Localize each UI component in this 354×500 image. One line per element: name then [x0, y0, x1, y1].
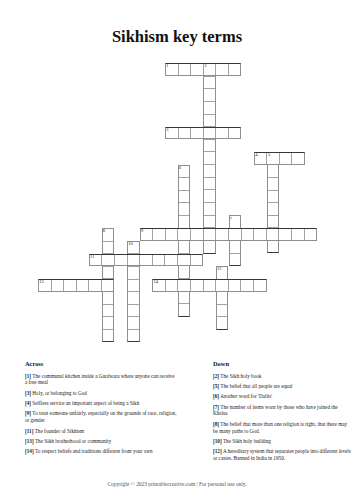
clue-4: [4] Selfless service an important aspect…	[25, 400, 178, 407]
grid-cell[interactable]	[230, 254, 241, 265]
grid-cell[interactable]	[128, 305, 139, 318]
grid-cell[interactable]	[268, 178, 279, 191]
grid-cell[interactable]	[179, 128, 192, 139]
grid-cell[interactable]	[204, 229, 217, 240]
grid-cell[interactable]	[216, 280, 229, 291]
grid-cell[interactable]	[179, 241, 190, 254]
grid-cell[interactable]	[204, 140, 215, 153]
grid-cell[interactable]	[204, 128, 217, 139]
down-word-7	[229, 215, 242, 266]
grid-cell[interactable]	[292, 229, 305, 240]
clue-12: [12] A hereditary system that separates …	[213, 448, 352, 462]
clue-8: [8] The belief that more than one religi…	[213, 421, 352, 435]
grid-cell[interactable]	[241, 280, 254, 291]
grid-cell[interactable]	[204, 89, 215, 102]
clue-14: [14] To respect beliefs and traditions d…	[25, 448, 178, 455]
grid-cell[interactable]	[103, 330, 114, 342]
down-clue-list: [2] The Sikh holy book[5] The belief tha…	[213, 373, 352, 463]
grid-cell[interactable]	[268, 241, 279, 253]
grid-cell[interactable]	[229, 280, 242, 291]
grid-cell[interactable]	[166, 229, 179, 240]
grid-cell[interactable]	[204, 102, 215, 115]
grid-cell[interactable]	[216, 128, 229, 139]
grid-cell[interactable]	[102, 255, 115, 266]
grid-cell[interactable]	[230, 241, 241, 253]
grid-cell[interactable]	[179, 178, 190, 191]
clue-number-label: [11]	[25, 428, 35, 434]
clue-number-14: 14	[154, 280, 158, 285]
grid-cell[interactable]	[166, 280, 179, 291]
down-word-6	[178, 165, 191, 317]
across-word-3	[165, 127, 241, 140]
grid-cell[interactable]	[103, 305, 114, 318]
grid-cell[interactable]	[128, 330, 139, 342]
grid-cell[interactable]	[305, 229, 317, 240]
grid-cell[interactable]	[191, 128, 204, 139]
clue-number-2: 2	[204, 64, 206, 69]
grid-cell[interactable]	[204, 216, 215, 229]
clue-number-4: 4	[255, 153, 257, 158]
grid-cell[interactable]	[204, 165, 215, 178]
across-header: Across	[25, 360, 178, 367]
clue-number-label: [2]	[213, 373, 220, 379]
grid-cell[interactable]	[103, 242, 114, 255]
grid-cell[interactable]	[140, 255, 153, 266]
grid-cell[interactable]	[178, 229, 191, 240]
down-word-2	[203, 63, 216, 254]
grid-cell[interactable]	[204, 280, 217, 291]
grid-cell[interactable]	[103, 317, 114, 330]
grid-cell[interactable]	[191, 64, 204, 75]
grid-cell[interactable]	[77, 280, 90, 291]
grid-cell[interactable]	[128, 292, 139, 305]
clue-7: [7] The number of items worn by those wh…	[213, 404, 352, 418]
grid-cell[interactable]	[128, 255, 141, 266]
grid-cell[interactable]	[229, 128, 241, 139]
clue-number-label: [7]	[213, 404, 220, 410]
grid-cell[interactable]	[268, 216, 279, 229]
across-clue-list: [1] The communal kitchen inside a Gurdwa…	[25, 373, 178, 456]
grid-cell[interactable]	[268, 203, 279, 216]
clue-number-label: [1]	[25, 373, 32, 379]
across-word-4	[254, 152, 305, 165]
down-header: Down	[213, 360, 352, 367]
clue-10: [10] The Sikh holy building	[213, 438, 352, 445]
clue-number-10: 10	[128, 242, 132, 247]
across-word-9	[140, 228, 318, 241]
grid-cell[interactable]	[254, 229, 267, 240]
clue-number-label: [4]	[25, 400, 32, 406]
clue-3: [3] Holy, or belonging to God	[25, 390, 178, 397]
grid-cell[interactable]	[216, 64, 229, 75]
across-word-14	[152, 279, 266, 292]
grid-cell[interactable]	[178, 255, 191, 266]
grid-cell[interactable]	[242, 229, 255, 240]
grid-cell[interactable]	[191, 255, 203, 266]
clue-9: [9] To treat someone unfairly, especiall…	[25, 410, 178, 424]
across-word-1	[165, 63, 241, 76]
puzzle-page: Sikhism key terms 1234567891011121314 Ac…	[0, 0, 354, 500]
grid-cell[interactable]	[64, 280, 77, 291]
clue-number-label: [6]	[213, 393, 220, 399]
clue-number-6: 6	[179, 166, 181, 171]
grid-cell[interactable]	[204, 115, 215, 128]
grid-cell[interactable]	[153, 255, 166, 266]
clue-11: [11] The founder of Sikhism	[25, 428, 178, 435]
clue-number-8: 8	[103, 229, 105, 234]
grid-cell[interactable]	[204, 241, 215, 253]
grid-cell[interactable]	[178, 280, 191, 291]
clue-number-label: [12]	[213, 448, 223, 454]
grid-cell[interactable]	[267, 229, 280, 240]
grid-cell[interactable]	[89, 280, 102, 291]
grid-cell[interactable]	[217, 317, 228, 329]
grid-cell[interactable]	[179, 203, 190, 216]
grid-cell[interactable]	[52, 280, 65, 291]
grid-cell[interactable]	[128, 317, 139, 330]
clue-6: [6] Another word for 'Dalits'	[213, 393, 352, 400]
clue-number-1: 1	[166, 64, 168, 69]
grid-cell[interactable]	[103, 267, 114, 280]
grid-cell[interactable]	[103, 292, 114, 305]
clue-13: [13] The Sikh brotherhood or community	[25, 438, 178, 445]
clue-number-label: [8]	[213, 421, 220, 427]
grid-cell[interactable]	[229, 64, 241, 75]
clue-number-9: 9	[141, 229, 143, 234]
clue-number-13: 13	[39, 280, 43, 285]
grid-cell[interactable]	[268, 191, 279, 204]
grid-cell[interactable]	[254, 280, 266, 291]
grid-cell[interactable]	[179, 216, 190, 229]
grid-cell[interactable]	[217, 292, 228, 305]
clue-number-11: 11	[90, 255, 94, 260]
down-clues-section: Down [2] The Sikh holy book[5] The belie…	[213, 360, 352, 466]
clue-number-5: 5	[268, 153, 270, 158]
across-word-11	[89, 254, 203, 267]
grid-cell[interactable]	[204, 77, 215, 90]
puzzle-title: Sikhism key terms	[0, 27, 354, 47]
footer-copyright: Copyright © 2023 printablecreative.com |…	[0, 481, 354, 487]
grid-cell[interactable]	[102, 280, 114, 291]
grid-cell[interactable]	[204, 178, 215, 191]
grid-cell[interactable]	[268, 165, 279, 178]
grid-cell[interactable]	[204, 152, 215, 165]
clue-number-label: [3]	[25, 390, 32, 396]
across-word-13	[38, 279, 114, 292]
grid-cell[interactable]	[179, 292, 190, 305]
grid-cell[interactable]	[179, 304, 190, 316]
grid-cell[interactable]	[217, 305, 228, 318]
clue-number-label: [14]	[25, 448, 35, 454]
down-word-12	[216, 266, 229, 330]
grid-cell[interactable]	[204, 203, 215, 216]
clue-number-label: [13]	[25, 438, 35, 444]
across-clues-section: Across [1] The communal kitchen inside a…	[25, 360, 178, 459]
grid-cell[interactable]	[191, 280, 204, 291]
clue-number-12: 12	[217, 267, 221, 272]
grid-cell[interactable]	[191, 229, 204, 240]
clue-number-3: 3	[166, 128, 168, 133]
clue-number-7: 7	[230, 217, 232, 222]
grid-cell[interactable]	[292, 153, 303, 164]
grid-cell[interactable]	[128, 267, 139, 280]
grid-cell[interactable]	[216, 229, 229, 240]
grid-cell[interactable]	[179, 64, 192, 75]
clue-5: [5] The belief that all people are equal	[213, 383, 352, 390]
clue-number-label: [9]	[25, 410, 32, 416]
crossword-grid: 1234567891011121314	[38, 63, 318, 343]
grid-cell[interactable]	[179, 191, 190, 204]
clue-number-label: [5]	[213, 383, 220, 389]
grid-cell[interactable]	[279, 229, 292, 240]
grid-cell[interactable]	[128, 280, 139, 293]
clue-1: [1] The communal kitchen inside a Gurdwa…	[25, 373, 178, 387]
clue-number-label: [10]	[213, 438, 223, 444]
grid-cell[interactable]	[115, 255, 128, 266]
grid-cell[interactable]	[165, 255, 178, 266]
grid-cell[interactable]	[204, 190, 215, 203]
grid-cell[interactable]	[179, 266, 190, 279]
clue-2: [2] The Sikh holy book	[213, 373, 352, 380]
grid-cell[interactable]	[229, 229, 242, 240]
grid-cell[interactable]	[280, 153, 292, 164]
grid-cell[interactable]	[153, 229, 166, 240]
